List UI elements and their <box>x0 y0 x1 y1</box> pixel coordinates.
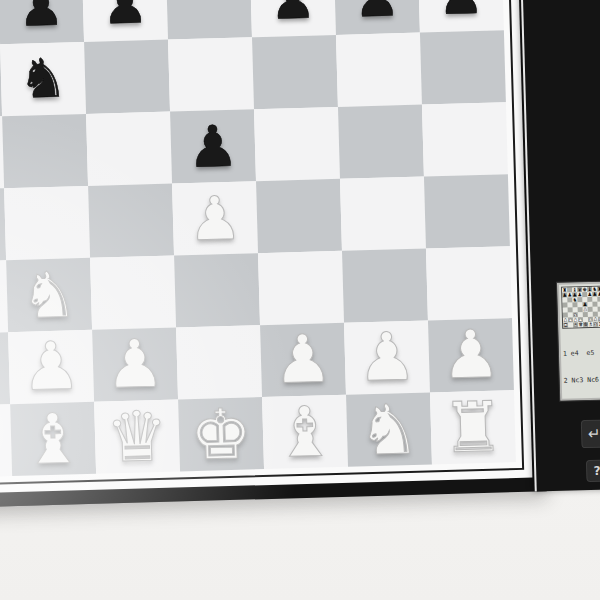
square-f2: ♟ <box>260 323 346 397</box>
black-pawn-d7[interactable]: ♟ <box>101 0 148 31</box>
white-pawn-c2[interactable]: ♟ <box>21 333 82 401</box>
square-g6 <box>336 33 422 107</box>
black-pawn-g7[interactable]: ♟ <box>353 0 400 24</box>
square-e6 <box>168 37 254 111</box>
square-h5 <box>422 102 508 176</box>
move-list-line: 1 e4 e5 <box>563 349 600 359</box>
square-c4 <box>4 186 90 260</box>
black-pawn-c7[interactable]: ♟ <box>17 0 64 33</box>
board-frame: ♜♝♛♚♝♞♜♟♟♟♟♟♟♟♞♟♟♞♟♟♟♟♟♟♟♜♝♛♚♝♞♜ <box>0 0 547 512</box>
question-mark-icon: ? <box>594 464 600 478</box>
take-back-button[interactable]: ↵ <box>581 419 600 448</box>
square-d5 <box>86 112 172 186</box>
square-f5 <box>254 107 340 181</box>
white-knight-g1[interactable]: ♞ <box>357 394 421 465</box>
photo-scene: ♜♝♛♚♝♞♜♟♟♟♟♟♟♟♞♟♟♞♟♟♟♟♟♟♟♜♝♛♚♝♞♜ ♜♝♛♚♝♞♜… <box>0 0 600 600</box>
square-d6 <box>84 40 170 114</box>
square-c2: ♟ <box>8 330 94 404</box>
square-g3 <box>342 248 428 322</box>
white-pawn-g2[interactable]: ♟ <box>356 324 417 392</box>
square-h7: ♟ <box>418 0 504 33</box>
square-h3 <box>426 246 512 320</box>
square-f1: ♝ <box>262 395 348 469</box>
display-board-diagram: ♜♝♛♚♝♞♜♟♟♟♟♟♟♟♞♟♟♞♟♟♟♟♟♟♟♜♝♛♚♝♞♜ <box>561 286 600 329</box>
square-c3: ♞ <box>6 258 92 332</box>
square-g2: ♟ <box>344 320 430 394</box>
square-d4 <box>88 184 174 258</box>
square-d2: ♟ <box>92 327 178 401</box>
white-knight-c3[interactable]: ♞ <box>20 263 78 328</box>
board-margin: ♜♝♛♚♝♞♜♟♟♟♟♟♟♟♞♟♟♞♟♟♟♟♟♟♟♜♝♛♚♝♞♜ <box>0 0 532 497</box>
black-knight-c6[interactable]: ♞ <box>18 51 68 106</box>
chess-board: ♜♝♛♚♝♞♜♟♟♟♟♟♟♟♞♟♟♞♟♟♟♟♟♟♟♜♝♛♚♝♞♜ <box>0 0 516 481</box>
square-c1: ♝ <box>10 402 96 476</box>
square-e2 <box>176 325 262 399</box>
square-f3 <box>258 251 344 325</box>
square-c5 <box>2 114 88 188</box>
square-h6 <box>420 30 506 104</box>
white-queen-d1[interactable]: ♛ <box>105 401 169 472</box>
move-list-line: 2 Nc3 Nc6 <box>564 376 600 386</box>
square-h1: ♜ <box>430 390 516 464</box>
square-g4 <box>340 177 426 251</box>
console-display: ♜♝♛♚♝♞♜♟♟♟♟♟♟♟♞♟♟♞♟♟♟♟♟♟♟♜♝♛♚♝♞♜ 1 e4 e5… <box>557 281 600 400</box>
square-g7: ♟ <box>334 0 420 35</box>
square-h2: ♟ <box>428 318 514 392</box>
square-d1: ♛ <box>94 399 180 473</box>
take-back-icon: ↵ <box>588 425 600 443</box>
square-e3 <box>174 253 260 327</box>
square-e7 <box>166 0 252 40</box>
square-d3 <box>90 256 176 330</box>
square-e5: ♟ <box>170 109 256 183</box>
white-rook-h1[interactable]: ♜ <box>441 392 505 463</box>
chessboard-assembly: ♜♝♛♚♝♞♜♟♟♟♟♟♟♟♞♟♟♞♟♟♟♟♟♟♟♜♝♛♚♝♞♜ ♜♝♛♚♝♞♜… <box>0 0 600 600</box>
white-pawn-e4[interactable]: ♟ <box>187 188 242 249</box>
board-border-line: ♜♝♛♚♝♞♜♟♟♟♟♟♟♟♞♟♟♞♟♟♟♟♟♟♟♜♝♛♚♝♞♜ <box>0 0 524 489</box>
black-pawn-f7[interactable]: ♟ <box>269 0 316 26</box>
hint-button[interactable]: ? <box>586 459 600 482</box>
black-pawn-h7[interactable]: ♟ <box>437 0 484 22</box>
white-bishop-f1[interactable]: ♝ <box>273 397 337 468</box>
black-pawn-e5[interactable]: ♟ <box>187 117 240 175</box>
square-d7: ♟ <box>82 0 168 42</box>
square-g5 <box>338 105 424 179</box>
white-pawn-f2[interactable]: ♟ <box>273 326 334 394</box>
white-king-e1[interactable]: ♚ <box>189 399 253 470</box>
square-e1: ♚ <box>178 397 264 471</box>
white-pawn-h2[interactable]: ♟ <box>440 321 501 389</box>
square-f6 <box>252 35 338 109</box>
square-c6: ♞ <box>0 42 86 116</box>
square-g1: ♞ <box>346 392 432 466</box>
square-f4 <box>256 179 342 253</box>
square-e4: ♟ <box>172 181 258 255</box>
square-f7: ♟ <box>250 0 336 37</box>
white-bishop-c1[interactable]: ♝ <box>21 404 85 475</box>
white-pawn-d2[interactable]: ♟ <box>105 331 166 399</box>
display-move-list: 1 e4 e5 2 Nc3 Nc6 <box>562 331 600 404</box>
square-h4 <box>424 174 510 248</box>
square-c7: ♟ <box>0 0 84 44</box>
